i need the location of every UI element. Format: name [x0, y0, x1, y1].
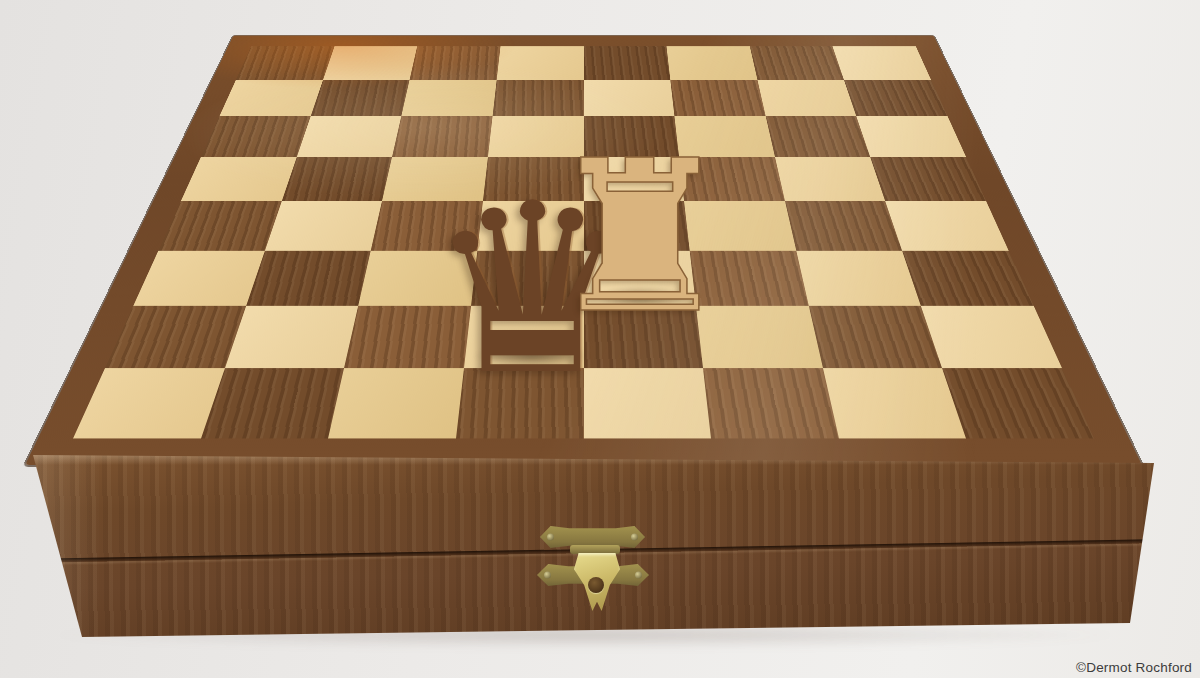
board-square[interactable]: [497, 46, 584, 79]
board-square[interactable]: [823, 368, 967, 439]
screw-icon: [631, 534, 638, 541]
board-square[interactable]: [282, 157, 393, 201]
board-square[interactable]: [667, 46, 758, 79]
board-square[interactable]: [133, 250, 264, 305]
board-square[interactable]: [584, 80, 675, 117]
board-square[interactable]: [201, 368, 345, 439]
clasp-hinge-plate: [540, 525, 645, 549]
board-square[interactable]: [670, 80, 765, 117]
board-square[interactable]: [921, 306, 1062, 368]
board-square[interactable]: [857, 116, 966, 156]
board-square[interactable]: [766, 116, 871, 156]
board-square[interactable]: [870, 157, 986, 201]
board-square[interactable]: [105, 306, 246, 368]
board-square[interactable]: [181, 157, 297, 201]
board-square[interactable]: [796, 250, 921, 305]
board-square[interactable]: [750, 46, 844, 79]
board-square[interactable]: [942, 368, 1094, 439]
piece-light-rook[interactable]: ♜: [535, 133, 745, 343]
board-square[interactable]: [392, 116, 492, 156]
board-square[interactable]: [885, 201, 1008, 250]
board-square[interactable]: [201, 116, 310, 156]
watermark: ©Dermot Rochford: [1076, 660, 1192, 675]
board-square[interactable]: [757, 80, 856, 117]
board-square[interactable]: [73, 368, 225, 439]
board-square[interactable]: [297, 116, 402, 156]
board-square[interactable]: [584, 46, 671, 79]
board-square[interactable]: [323, 46, 417, 79]
brass-clasp: [25, 455, 1165, 640]
board-square[interactable]: [158, 201, 281, 250]
board-square[interactable]: [410, 46, 501, 79]
board-square[interactable]: [265, 201, 382, 250]
board-square[interactable]: [785, 201, 902, 250]
screw-icon: [635, 572, 642, 579]
board-square[interactable]: [219, 80, 322, 117]
board-square[interactable]: [809, 306, 943, 368]
board-square[interactable]: [844, 80, 947, 117]
board-square[interactable]: [902, 250, 1033, 305]
board-square[interactable]: [703, 368, 839, 439]
board-square[interactable]: [246, 250, 371, 305]
board-square[interactable]: [833, 46, 931, 79]
board-square[interactable]: [775, 157, 886, 201]
screw-icon: [547, 534, 554, 541]
screw-icon: [544, 572, 551, 579]
board-square[interactable]: [225, 306, 359, 368]
clasp-hook-hole: [588, 577, 604, 593]
box-front-panel: [25, 455, 1165, 640]
board-square[interactable]: [236, 46, 334, 79]
clasp-catch-plate: [537, 563, 649, 587]
board-square[interactable]: [492, 80, 583, 117]
lid-seam: [25, 539, 1165, 563]
board-square[interactable]: [310, 80, 409, 117]
photo-scene: ♛ ♜ ©Dermot Rochford: [0, 0, 1200, 678]
board-square[interactable]: [401, 80, 496, 117]
clasp-hook: [574, 553, 620, 611]
